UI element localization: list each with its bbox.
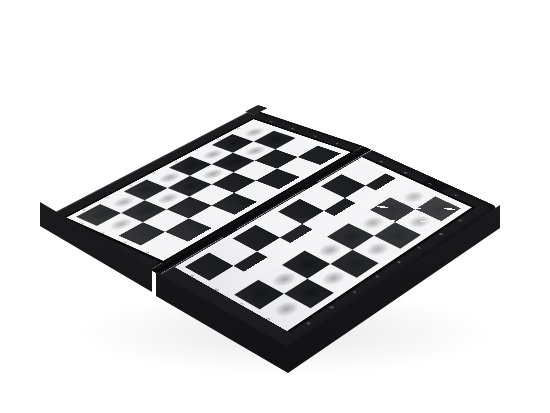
coordinate-label: g [438,232,444,235]
coordinate-label: c [352,290,358,294]
product-photo-scene: ♜♞♝♛♚♝♞♜♟♟♟♟♟♟♟♟abcdefgh11223344 ♟♟♟♟♟♟♟… [0,0,550,413]
